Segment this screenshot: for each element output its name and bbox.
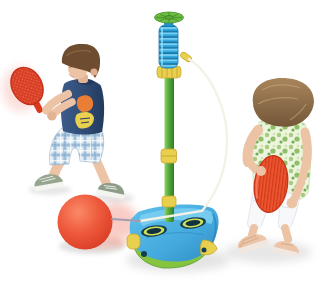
- scene-canvas: [0, 0, 333, 300]
- base-left-grip: [127, 234, 140, 249]
- swingball-product-photo: [0, 0, 333, 300]
- swingball-pole: [155, 12, 193, 222]
- winged-knob: [155, 12, 184, 23]
- tether-ball: [58, 195, 113, 250]
- boy-player: [2, 44, 127, 200]
- girl-right-hand: [256, 166, 266, 176]
- boy-hand-bottom: [48, 112, 57, 121]
- girl-left-hand: [287, 198, 298, 209]
- girl-player: [235, 78, 314, 258]
- pole-base-collar: [162, 196, 176, 207]
- girl-hair: [253, 78, 314, 127]
- boy-head: [62, 44, 100, 83]
- cord-arc: [140, 59, 227, 221]
- tether-ball-group: [58, 195, 139, 250]
- boy-back-leg: [96, 160, 107, 185]
